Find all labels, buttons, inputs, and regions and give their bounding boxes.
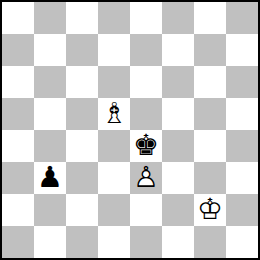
square-h5[interactable] [226, 98, 258, 130]
square-d4[interactable] [98, 130, 130, 162]
square-a5[interactable] [2, 98, 34, 130]
square-f3[interactable] [162, 162, 194, 194]
square-e3[interactable]: ♟♙ [130, 162, 162, 194]
square-h2[interactable] [226, 194, 258, 226]
black-pawn-glyph: ♟ [34, 161, 66, 193]
black-king-glyph: ♚ [130, 129, 162, 161]
white-pawn-piece[interactable]: ♟♙ [130, 162, 162, 194]
square-a3[interactable] [2, 162, 34, 194]
square-d1[interactable] [98, 226, 130, 258]
white-bishop-piece[interactable]: ♝♗ [98, 98, 130, 130]
square-g8[interactable] [194, 2, 226, 34]
square-f1[interactable] [162, 226, 194, 258]
square-h6[interactable] [226, 66, 258, 98]
square-d3[interactable] [98, 162, 130, 194]
black-pawn-piece[interactable]: ♟ [34, 162, 66, 194]
square-d8[interactable] [98, 2, 130, 34]
square-a8[interactable] [2, 2, 34, 34]
square-g6[interactable] [194, 66, 226, 98]
square-b2[interactable] [34, 194, 66, 226]
square-e6[interactable] [130, 66, 162, 98]
square-a1[interactable] [2, 226, 34, 258]
chess-board: ♝♗♚♟♟♙♚♔ [0, 0, 260, 260]
square-b6[interactable] [34, 66, 66, 98]
square-g7[interactable] [194, 34, 226, 66]
white-king-glyph-outline: ♔ [194, 193, 226, 225]
square-f6[interactable] [162, 66, 194, 98]
square-g3[interactable] [194, 162, 226, 194]
square-g4[interactable] [194, 130, 226, 162]
square-b3[interactable]: ♟ [34, 162, 66, 194]
square-c7[interactable] [66, 34, 98, 66]
square-h8[interactable] [226, 2, 258, 34]
square-g2[interactable]: ♚♔ [194, 194, 226, 226]
square-c6[interactable] [66, 66, 98, 98]
square-c1[interactable] [66, 226, 98, 258]
square-h4[interactable] [226, 130, 258, 162]
square-h7[interactable] [226, 34, 258, 66]
square-f7[interactable] [162, 34, 194, 66]
square-b5[interactable] [34, 98, 66, 130]
white-king-piece[interactable]: ♚♔ [194, 194, 226, 226]
square-h3[interactable] [226, 162, 258, 194]
square-d5[interactable]: ♝♗ [98, 98, 130, 130]
square-f5[interactable] [162, 98, 194, 130]
square-c4[interactable] [66, 130, 98, 162]
square-f2[interactable] [162, 194, 194, 226]
square-e2[interactable] [130, 194, 162, 226]
square-a4[interactable] [2, 130, 34, 162]
square-b4[interactable] [34, 130, 66, 162]
square-d6[interactable] [98, 66, 130, 98]
square-e7[interactable] [130, 34, 162, 66]
square-a2[interactable] [2, 194, 34, 226]
square-b1[interactable] [34, 226, 66, 258]
square-g5[interactable] [194, 98, 226, 130]
black-king-piece[interactable]: ♚ [130, 130, 162, 162]
white-bishop-glyph-outline: ♗ [98, 97, 130, 129]
square-g1[interactable] [194, 226, 226, 258]
square-d7[interactable] [98, 34, 130, 66]
square-d2[interactable] [98, 194, 130, 226]
square-c2[interactable] [66, 194, 98, 226]
square-e4[interactable]: ♚ [130, 130, 162, 162]
square-e1[interactable] [130, 226, 162, 258]
white-pawn-glyph-outline: ♙ [130, 161, 162, 193]
square-a7[interactable] [2, 34, 34, 66]
square-e8[interactable] [130, 2, 162, 34]
square-b8[interactable] [34, 2, 66, 34]
square-c5[interactable] [66, 98, 98, 130]
square-c3[interactable] [66, 162, 98, 194]
square-e5[interactable] [130, 98, 162, 130]
square-f8[interactable] [162, 2, 194, 34]
square-h1[interactable] [226, 226, 258, 258]
square-a6[interactable] [2, 66, 34, 98]
square-b7[interactable] [34, 34, 66, 66]
square-f4[interactable] [162, 130, 194, 162]
square-c8[interactable] [66, 2, 98, 34]
